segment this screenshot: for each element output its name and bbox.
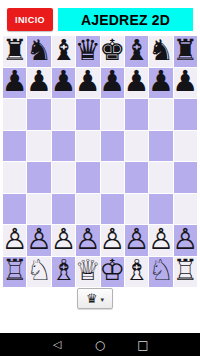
square-h7[interactable]: ♟ [174, 68, 197, 99]
square-d7[interactable]: ♟ [76, 68, 99, 99]
promotion-piece-selector[interactable]: ♛ ▾ [77, 288, 113, 309]
square-c1[interactable]: ♗ [52, 257, 75, 288]
square-c4[interactable] [52, 162, 75, 193]
square-c3[interactable] [52, 194, 75, 225]
piece-black-knight: ♞ [149, 36, 172, 65]
square-a2[interactable]: ♙ [3, 225, 26, 256]
piece-white-pawn: ♙ [149, 225, 172, 254]
square-g1[interactable]: ♘ [149, 257, 172, 288]
square-g7[interactable]: ♟ [149, 68, 172, 99]
square-d3[interactable] [76, 194, 99, 225]
piece-black-pawn: ♟ [3, 68, 26, 97]
square-d6[interactable] [76, 99, 99, 130]
square-d4[interactable] [76, 162, 99, 193]
piece-white-bishop: ♗ [52, 257, 75, 286]
square-b3[interactable] [27, 194, 50, 225]
square-h2[interactable]: ♙ [174, 225, 197, 256]
promotion-selector-row: ♛ ▾ [0, 288, 200, 309]
square-f5[interactable] [125, 131, 148, 162]
square-f2[interactable]: ♙ [125, 225, 148, 256]
piece-white-pawn: ♙ [27, 225, 50, 254]
square-b4[interactable] [27, 162, 50, 193]
piece-black-rook: ♜ [3, 36, 26, 65]
square-a7[interactable]: ♟ [3, 68, 26, 99]
square-e8[interactable]: ♚ [101, 36, 124, 67]
piece-black-rook: ♜ [174, 36, 197, 65]
android-navigation-bar: ◁ ○ □ [0, 333, 200, 356]
piece-black-pawn: ♟ [52, 68, 75, 97]
inicio-button[interactable]: INICIO [7, 8, 53, 31]
piece-black-bishop: ♝ [125, 36, 148, 65]
app-title: AJEDREZ 2D [58, 8, 193, 31]
square-c5[interactable] [52, 131, 75, 162]
square-b7[interactable]: ♟ [27, 68, 50, 99]
square-d2[interactable]: ♙ [76, 225, 99, 256]
square-f1[interactable]: ♗ [125, 257, 148, 288]
square-c7[interactable]: ♟ [52, 68, 75, 99]
chess-board: ♜♞♝♛♚♝♞♜♟♟♟♟♟♟♟♟♙♙♙♙♙♙♙♙♖♘♗♕♔♗♘♖ [3, 36, 197, 287]
square-b8[interactable]: ♞ [27, 36, 50, 67]
square-e2[interactable]: ♙ [101, 225, 124, 256]
piece-black-knight: ♞ [27, 36, 50, 65]
square-h5[interactable] [174, 131, 197, 162]
piece-black-king: ♚ [101, 36, 124, 65]
square-h3[interactable] [174, 194, 197, 225]
square-e6[interactable] [101, 99, 124, 130]
piece-white-queen: ♕ [76, 257, 99, 286]
piece-white-pawn: ♙ [3, 225, 26, 254]
back-icon[interactable]: ◁ [51, 339, 64, 350]
square-f8[interactable]: ♝ [125, 36, 148, 67]
square-h4[interactable] [174, 162, 197, 193]
square-g5[interactable] [149, 131, 172, 162]
square-a6[interactable] [3, 99, 26, 130]
chevron-down-icon: ▾ [101, 296, 105, 303]
square-h6[interactable] [174, 99, 197, 130]
queen-icon: ♛ [86, 292, 98, 305]
square-h8[interactable]: ♜ [174, 36, 197, 67]
piece-white-pawn: ♙ [101, 225, 124, 254]
piece-black-pawn: ♟ [174, 68, 197, 97]
app-screen: INICIO AJEDREZ 2D ♜♞♝♛♚♝♞♜♟♟♟♟♟♟♟♟♙♙♙♙♙♙… [0, 0, 200, 356]
piece-white-rook: ♖ [174, 257, 197, 286]
piece-black-pawn: ♟ [101, 68, 124, 97]
square-c6[interactable] [52, 99, 75, 130]
piece-white-bishop: ♗ [125, 257, 148, 286]
piece-white-knight: ♘ [149, 257, 172, 286]
square-d5[interactable] [76, 131, 99, 162]
square-e7[interactable]: ♟ [101, 68, 124, 99]
square-f4[interactable] [125, 162, 148, 193]
square-a4[interactable] [3, 162, 26, 193]
piece-black-pawn: ♟ [27, 68, 50, 97]
piece-black-pawn: ♟ [76, 68, 99, 97]
square-g2[interactable]: ♙ [149, 225, 172, 256]
square-c2[interactable]: ♙ [52, 225, 75, 256]
square-e1[interactable]: ♔ [101, 257, 124, 288]
header-bar: INICIO AJEDREZ 2D [7, 8, 193, 31]
square-f7[interactable]: ♟ [125, 68, 148, 99]
piece-black-pawn: ♟ [149, 68, 172, 97]
square-g3[interactable] [149, 194, 172, 225]
square-b1[interactable]: ♘ [27, 257, 50, 288]
piece-white-pawn: ♙ [125, 225, 148, 254]
square-h1[interactable]: ♖ [174, 257, 197, 288]
piece-black-queen: ♛ [76, 36, 99, 65]
square-c8[interactable]: ♝ [52, 36, 75, 67]
piece-white-pawn: ♙ [174, 225, 197, 254]
square-g6[interactable] [149, 99, 172, 130]
square-b6[interactable] [27, 99, 50, 130]
square-f6[interactable] [125, 99, 148, 130]
recents-icon[interactable]: □ [137, 339, 150, 351]
piece-black-pawn: ♟ [125, 68, 148, 97]
piece-white-king: ♔ [101, 257, 124, 286]
square-e5[interactable] [101, 131, 124, 162]
piece-white-pawn: ♙ [76, 225, 99, 254]
square-e4[interactable] [101, 162, 124, 193]
square-a8[interactable]: ♜ [3, 36, 26, 67]
piece-white-pawn: ♙ [52, 225, 75, 254]
square-b2[interactable]: ♙ [27, 225, 50, 256]
square-a5[interactable] [3, 131, 26, 162]
piece-white-knight: ♘ [27, 257, 50, 286]
piece-black-bishop: ♝ [52, 36, 75, 65]
square-e3[interactable] [101, 194, 124, 225]
square-d8[interactable]: ♛ [76, 36, 99, 67]
square-d1[interactable]: ♕ [76, 257, 99, 288]
square-a3[interactable] [3, 194, 26, 225]
square-g8[interactable]: ♞ [149, 36, 172, 67]
square-f3[interactable] [125, 194, 148, 225]
square-g4[interactable] [149, 162, 172, 193]
square-b5[interactable] [27, 131, 50, 162]
piece-white-rook: ♖ [3, 257, 26, 286]
home-icon[interactable]: ○ [94, 339, 107, 351]
square-a1[interactable]: ♖ [3, 257, 26, 288]
